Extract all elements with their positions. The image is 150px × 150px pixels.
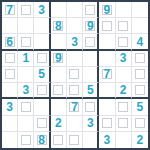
given-digit: 9: [55, 52, 62, 64]
given-digit: 3: [104, 134, 111, 146]
given-digit: 7: [104, 68, 111, 80]
cell-r7c2[interactable]: [18, 99, 34, 115]
cell-r8c7[interactable]: [99, 116, 115, 132]
cell-r4c3[interactable]: [34, 51, 50, 67]
cell-r6c8[interactable]: 2: [116, 83, 132, 99]
cell-r2c8[interactable]: [116, 18, 132, 34]
square-marker: [85, 37, 95, 47]
cell-r3c3[interactable]: [34, 34, 50, 50]
cell-r1c5[interactable]: [67, 2, 83, 18]
square-marker: [135, 69, 145, 79]
cell-r2c2[interactable]: [18, 18, 34, 34]
square-marker: [69, 135, 79, 145]
cell-r9c1[interactable]: [2, 132, 18, 148]
given-digit: 3: [22, 84, 29, 96]
cell-r3c4[interactable]: [51, 34, 67, 50]
square-marker: [102, 21, 112, 31]
cell-r1c9[interactable]: [132, 2, 148, 18]
cell-r8c6[interactable]: 3: [83, 116, 99, 132]
square-marker: [118, 37, 128, 47]
cell-r6c1[interactable]: [2, 83, 18, 99]
cell-r4c7[interactable]: [99, 51, 115, 67]
square-marker: [37, 85, 47, 95]
square-marker: [102, 118, 112, 128]
given-digit: 5: [87, 84, 94, 96]
cell-r4c9[interactable]: [132, 51, 148, 67]
cell-r5c3[interactable]: 5: [34, 67, 50, 83]
given-digit: 3: [87, 117, 94, 129]
given-digit: 8: [38, 134, 45, 146]
cell-r3c5[interactable]: 3: [67, 34, 83, 50]
square-marker: [118, 118, 128, 128]
cell-r7c5[interactable]: 7: [67, 99, 83, 115]
cell-r7c1[interactable]: 3: [2, 99, 18, 115]
given-digit: 2: [55, 117, 62, 129]
cell-r8c1[interactable]: [2, 116, 18, 132]
cell-r4c6[interactable]: [83, 51, 99, 67]
cell-r1c3[interactable]: 3: [34, 2, 50, 18]
cell-r8c3[interactable]: [34, 116, 50, 132]
cell-r9c8[interactable]: [116, 132, 132, 148]
given-digit: 9: [104, 4, 111, 16]
cell-r9c6[interactable]: [83, 132, 99, 148]
square-marker: [135, 53, 145, 63]
cell-r7c6[interactable]: [83, 99, 99, 115]
square-marker: [37, 53, 47, 63]
cell-r9c5[interactable]: [67, 132, 83, 148]
cell-r7c9[interactable]: 5: [132, 99, 148, 115]
cell-r6c9[interactable]: [132, 83, 148, 99]
cell-r8c9[interactable]: [132, 116, 148, 132]
cell-r6c6[interactable]: 5: [83, 83, 99, 99]
cell-r2c4[interactable]: 8: [51, 18, 67, 34]
cell-r8c8[interactable]: [116, 116, 132, 132]
given-digit: 4: [137, 36, 144, 48]
cell-r3c2[interactable]: [18, 34, 34, 50]
cell-r3c1[interactable]: 6: [2, 34, 18, 50]
square-marker: [69, 69, 79, 79]
given-digit: 3: [6, 101, 13, 113]
square-marker: [118, 102, 128, 112]
cell-r3c7[interactable]: [99, 34, 115, 50]
given-digit: 9: [87, 20, 94, 32]
cell-r9c9[interactable]: 2: [132, 132, 148, 148]
square-marker: [85, 5, 95, 15]
cell-r3c9[interactable]: 4: [132, 34, 148, 50]
cell-r2c1[interactable]: [2, 18, 18, 34]
square-marker: [37, 118, 47, 128]
square-marker: [69, 85, 79, 95]
given-digit: 1: [22, 52, 29, 64]
cell-r9c2[interactable]: [18, 132, 34, 148]
cell-r8c2[interactable]: [18, 116, 34, 132]
cell-r2c9[interactable]: [132, 18, 148, 34]
cell-r4c1[interactable]: [2, 51, 18, 67]
cell-r1c4[interactable]: [51, 2, 67, 18]
cell-r3c8[interactable]: [116, 34, 132, 50]
square-marker: [21, 135, 31, 145]
given-digit: 2: [137, 134, 144, 146]
cell-r1c1[interactable]: 7: [2, 2, 18, 18]
cell-r4c8[interactable]: 3: [116, 51, 132, 67]
cell-r5c6[interactable]: [83, 67, 99, 83]
cell-r5c1[interactable]: [2, 67, 18, 83]
square-marker: [135, 118, 145, 128]
cell-r2c6[interactable]: 9: [83, 18, 99, 34]
cell-r6c3[interactable]: [34, 83, 50, 99]
sudoku-board: 739896341935735237523832: [0, 0, 150, 150]
cell-r7c4[interactable]: [51, 99, 67, 115]
cell-r5c2[interactable]: [18, 67, 34, 83]
square-marker: [53, 85, 63, 95]
square-marker: [118, 21, 128, 31]
cell-r8c5[interactable]: [67, 116, 83, 132]
given-digit: 8: [55, 20, 62, 32]
cell-r5c5[interactable]: [67, 67, 83, 83]
cell-r5c9[interactable]: [132, 67, 148, 83]
cell-r8c4[interactable]: 2: [51, 116, 67, 132]
cell-r2c3[interactable]: [34, 18, 50, 34]
cell-r2c5[interactable]: [67, 18, 83, 34]
cell-r7c8[interactable]: [116, 99, 132, 115]
square-marker: [21, 102, 31, 112]
square-marker: [21, 5, 31, 15]
cell-r1c7[interactable]: 9: [99, 2, 115, 18]
cell-r4c5[interactable]: [67, 51, 83, 67]
cell-r5c8[interactable]: [116, 67, 132, 83]
cell-r5c4[interactable]: [51, 67, 67, 83]
given-digit: 5: [137, 101, 144, 113]
square-marker: [85, 102, 95, 112]
given-digit: 3: [120, 52, 127, 64]
cell-r7c3[interactable]: [34, 99, 50, 115]
given-digit: 2: [120, 84, 127, 96]
cell-r1c2[interactable]: [18, 2, 34, 18]
cell-r4c4[interactable]: 9: [51, 51, 67, 67]
given-digit: 3: [71, 36, 78, 48]
cell-r6c2[interactable]: 3: [18, 83, 34, 99]
cell-r6c4[interactable]: [51, 83, 67, 99]
square-marker: [5, 69, 15, 79]
cell-r6c7[interactable]: [99, 83, 115, 99]
cell-r4c2[interactable]: 1: [18, 51, 34, 67]
given-digit: 7: [6, 4, 13, 16]
cell-r9c7[interactable]: 3: [99, 132, 115, 148]
square-marker: [21, 37, 31, 47]
cell-r5c7[interactable]: 7: [99, 67, 115, 83]
cell-r9c4[interactable]: [51, 132, 67, 148]
cell-r2c7[interactable]: [99, 18, 115, 34]
cell-r9c3[interactable]: 8: [34, 132, 50, 148]
cell-r3c6[interactable]: [83, 34, 99, 50]
square-marker: [135, 85, 145, 95]
given-digit: 7: [71, 101, 78, 113]
cell-r1c8[interactable]: [116, 2, 132, 18]
given-digit: 3: [38, 4, 45, 16]
square-marker: [5, 53, 15, 63]
cell-r1c6[interactable]: [83, 2, 99, 18]
given-digit: 6: [6, 36, 13, 48]
cell-r7c7[interactable]: [99, 99, 115, 115]
square-marker: [53, 135, 63, 145]
given-digit: 5: [38, 68, 45, 80]
cell-r6c5[interactable]: [67, 83, 83, 99]
